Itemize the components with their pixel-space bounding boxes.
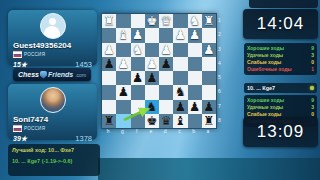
square[interactable] (188, 71, 202, 85)
white-pawn[interactable]: ♟ (175, 28, 186, 42)
square[interactable] (131, 14, 145, 28)
white-pawn[interactable]: ♟ (104, 43, 115, 57)
black-rook[interactable]: ♜ (203, 114, 214, 128)
square[interactable]: ♟ (145, 71, 159, 85)
square[interactable] (131, 114, 145, 128)
white-pawn[interactable]: ♟ (132, 28, 143, 42)
square[interactable] (159, 85, 173, 99)
clock-top-time: 14:04 (257, 14, 305, 34)
analysis-box: Лучший ход: 10... Фxe7 10. ... Кge7 (-1.… (8, 144, 100, 176)
square[interactable]: ♟ (173, 28, 187, 42)
black-pawn[interactable]: ♟ (189, 100, 200, 114)
square[interactable] (145, 85, 159, 99)
player-rating-bottom: 1378 (75, 134, 92, 143)
square[interactable] (116, 71, 130, 85)
white-pawn[interactable]: ♟ (203, 43, 214, 57)
square[interactable]: ♟ (145, 57, 159, 71)
chessfriends-logo[interactable]: Chess Friends .com (13, 68, 91, 81)
square[interactable]: ♟ (116, 85, 130, 99)
square[interactable]: ♞ (145, 100, 159, 114)
square[interactable]: ♞ (188, 14, 202, 28)
board-grid[interactable]: ♜♚♛♞♜♝♟♟♟♟♞♟♟♟♟♟♟♟♟♟♞♞♟♟♟♜♚♛♝♜ (102, 14, 216, 128)
current-move-header[interactable]: 10. ... Кge7 (244, 83, 317, 93)
black-pawn[interactable]: ♟ (146, 71, 157, 85)
stats-row: Слабые ходы0 (247, 59, 314, 66)
square[interactable]: ♜ (102, 14, 116, 28)
player-name-bottom: Soni7474 (13, 115, 92, 124)
square[interactable] (202, 57, 216, 71)
played-move-line: 10. ... Кge7 (-1.19->-0.6) (12, 158, 96, 164)
square[interactable]: ♟ (159, 57, 173, 71)
russia-flag-icon (13, 51, 22, 58)
black-rook[interactable]: ♜ (104, 114, 115, 128)
square[interactable]: ♟ (173, 100, 187, 114)
russia-flag-icon (13, 125, 22, 132)
background-band (98, 158, 320, 180)
white-pawn[interactable]: ♟ (118, 57, 129, 71)
stats-row: Удачные ходы3 (247, 104, 314, 111)
best-move-line: Лучший ход: 10... Фxe7 (12, 147, 96, 153)
white-bishop[interactable]: ♝ (118, 28, 129, 42)
black-queen[interactable]: ♛ (161, 114, 172, 128)
square[interactable] (188, 114, 202, 128)
square[interactable]: ♟ (131, 28, 145, 42)
square[interactable]: ♟ (102, 57, 116, 71)
avatar-bottom[interactable] (40, 87, 66, 113)
square[interactable] (173, 14, 187, 28)
square[interactable] (116, 43, 130, 57)
square[interactable] (116, 14, 130, 28)
black-pawn[interactable]: ♟ (175, 100, 186, 114)
clock-bottom-player: 13:09 (243, 117, 318, 147)
square[interactable] (202, 71, 216, 85)
square[interactable] (173, 43, 187, 57)
player-card-top: Guest49356204 РОССИЯ 15★ 1453 (8, 10, 97, 66)
clock-bottom-time: 13:09 (257, 122, 305, 142)
square[interactable] (159, 71, 173, 85)
clock-top-player: 14:04 (243, 9, 318, 39)
black-pawn[interactable]: ♟ (118, 85, 129, 99)
stats-row: Удачные ходы3 (247, 52, 314, 59)
square[interactable] (145, 43, 159, 57)
square[interactable] (159, 28, 173, 42)
square[interactable] (116, 100, 130, 114)
square[interactable]: ♝ (173, 114, 187, 128)
black-knight[interactable]: ♞ (175, 85, 186, 99)
square[interactable] (173, 57, 187, 71)
black-bishop[interactable]: ♝ (175, 114, 186, 128)
square[interactable]: ♟ (202, 43, 216, 57)
logo-text-com: .com (75, 72, 86, 78)
square[interactable] (116, 114, 130, 128)
player-stars-bottom: 39★ (13, 135, 27, 143)
black-pawn[interactable]: ♟ (104, 57, 115, 71)
square[interactable]: ♟ (116, 57, 130, 71)
rank-labels: 12345678 (218, 13, 224, 127)
white-knight[interactable]: ♞ (189, 14, 200, 28)
logo-text-chess: Chess (18, 71, 39, 78)
stats-row: Ошибочные ходы1 (247, 66, 314, 73)
square[interactable]: ♟ (188, 100, 202, 114)
white-pawn[interactable]: ♟ (146, 57, 157, 71)
square[interactable]: ♜ (202, 114, 216, 128)
chess-board[interactable]: ♜♚♛♞♜♝♟♟♟♟♞♟♟♟♟♟♟♟♟♟♞♞♟♟♟♜♚♛♝♜ (101, 13, 217, 129)
avatar-top[interactable] (40, 13, 66, 39)
black-pawn[interactable]: ♟ (203, 100, 214, 114)
square[interactable] (145, 28, 159, 42)
move-quality-dot (310, 86, 314, 90)
square[interactable] (102, 28, 116, 42)
white-rook[interactable]: ♜ (203, 14, 214, 28)
square[interactable] (188, 57, 202, 71)
square[interactable] (188, 85, 202, 99)
player-name-top: Guest49356204 (13, 41, 92, 50)
black-king[interactable]: ♚ (146, 114, 157, 128)
stats-row: Хорошие ходы9 (247, 45, 314, 52)
logo-text-friends: Friends (48, 71, 73, 78)
square[interactable]: ♟ (202, 100, 216, 114)
square[interactable]: ♛ (159, 14, 173, 28)
square[interactable]: ♜ (102, 114, 116, 128)
avatar-silhouette-torso (44, 26, 60, 38)
square[interactable] (102, 85, 116, 99)
player-country-top: РОССИЯ (24, 52, 45, 57)
square[interactable]: ♟ (102, 43, 116, 57)
white-pawn[interactable]: ♟ (189, 28, 200, 42)
square[interactable]: ♟ (188, 28, 202, 42)
square[interactable]: ♞ (131, 43, 145, 57)
white-pawn[interactable]: ♟ (161, 43, 172, 57)
black-knight[interactable]: ♞ (146, 100, 157, 114)
black-pawn[interactable]: ♟ (132, 71, 143, 85)
square[interactable]: ♟ (131, 71, 145, 85)
square[interactable]: ♟ (159, 43, 173, 57)
square[interactable] (102, 71, 116, 85)
game-screen: Guest49356204 РОССИЯ 15★ 1453 Chess Frie… (0, 0, 320, 180)
square[interactable]: ♞ (173, 85, 187, 99)
square[interactable] (102, 100, 116, 114)
square[interactable] (159, 100, 173, 114)
white-queen[interactable]: ♛ (161, 14, 172, 28)
square[interactable] (202, 28, 216, 42)
square[interactable]: ♝ (116, 28, 130, 42)
square[interactable] (173, 71, 187, 85)
player-country-bottom: РОССИЯ (24, 126, 45, 131)
panel-top-strip (249, 0, 318, 8)
file-labels: hgfedcba (101, 128, 215, 134)
square[interactable] (131, 85, 145, 99)
black-pawn[interactable]: ♟ (161, 57, 172, 71)
square[interactable] (188, 43, 202, 57)
white-rook[interactable]: ♜ (104, 14, 115, 28)
square[interactable]: ♚ (145, 14, 159, 28)
white-king[interactable]: ♚ (146, 14, 157, 28)
move-stats-top: Хорошие ходы9Удачные ходы3Слабые ходы0Ош… (244, 43, 317, 75)
square[interactable] (131, 100, 145, 114)
white-knight[interactable]: ♞ (132, 43, 143, 57)
avatar-silhouette-head (49, 18, 56, 25)
square[interactable] (131, 57, 145, 71)
square[interactable] (202, 85, 216, 99)
stats-row: Хорошие ходы9 (247, 97, 314, 104)
current-move-text: 10. ... Кge7 (247, 85, 275, 91)
player-card-bottom: Soni7474 РОССИЯ 39★ 1378 (8, 84, 97, 140)
square[interactable]: ♛ (159, 114, 173, 128)
square[interactable]: ♚ (145, 114, 159, 128)
square[interactable]: ♜ (202, 14, 216, 28)
shield-icon (40, 71, 47, 79)
